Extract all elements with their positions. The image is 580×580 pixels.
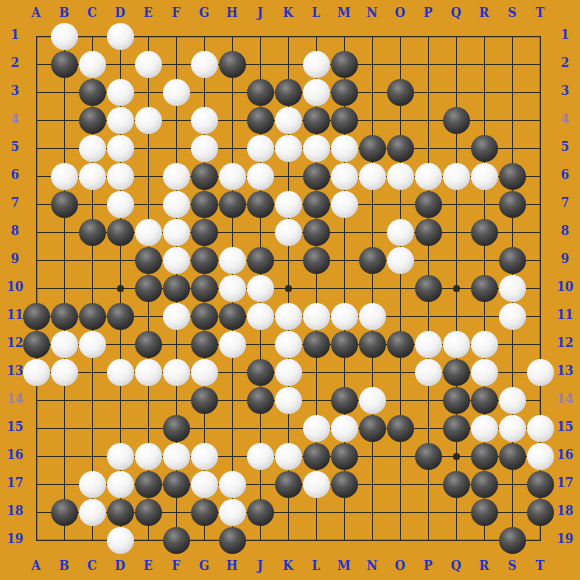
intersection-E3[interactable]	[134, 78, 162, 106]
intersection-T4[interactable]	[526, 106, 554, 134]
intersection-M9[interactable]	[330, 246, 358, 274]
intersection-L2[interactable]	[302, 50, 330, 78]
intersection-C11[interactable]	[78, 302, 106, 330]
intersection-F14[interactable]	[162, 386, 190, 414]
intersection-P6[interactable]	[414, 162, 442, 190]
intersection-H18[interactable]	[218, 498, 246, 526]
intersection-N19[interactable]	[358, 526, 386, 554]
intersection-H19[interactable]	[218, 526, 246, 554]
intersection-C18[interactable]	[78, 498, 106, 526]
intersection-R6[interactable]	[470, 162, 498, 190]
intersection-A5[interactable]	[22, 134, 50, 162]
intersection-O11[interactable]	[386, 302, 414, 330]
intersection-N11[interactable]	[358, 302, 386, 330]
intersection-R2[interactable]	[470, 50, 498, 78]
intersection-M14[interactable]	[330, 386, 358, 414]
intersection-C4[interactable]	[78, 106, 106, 134]
intersection-P15[interactable]	[414, 414, 442, 442]
intersection-P8[interactable]	[414, 218, 442, 246]
intersection-P5[interactable]	[414, 134, 442, 162]
intersection-F3[interactable]	[162, 78, 190, 106]
intersection-P11[interactable]	[414, 302, 442, 330]
intersection-O12[interactable]	[386, 330, 414, 358]
intersection-O17[interactable]	[386, 470, 414, 498]
intersection-E12[interactable]	[134, 330, 162, 358]
intersection-G15[interactable]	[190, 414, 218, 442]
intersection-J6[interactable]	[246, 162, 274, 190]
intersection-K10[interactable]	[274, 274, 302, 302]
intersection-E14[interactable]	[134, 386, 162, 414]
intersection-R19[interactable]	[470, 526, 498, 554]
intersection-K19[interactable]	[274, 526, 302, 554]
intersection-B6[interactable]	[50, 162, 78, 190]
intersection-T2[interactable]	[526, 50, 554, 78]
intersection-N2[interactable]	[358, 50, 386, 78]
intersection-B15[interactable]	[50, 414, 78, 442]
intersection-E1[interactable]	[134, 22, 162, 50]
intersection-R9[interactable]	[470, 246, 498, 274]
intersection-Q19[interactable]	[442, 526, 470, 554]
intersection-F19[interactable]	[162, 526, 190, 554]
intersection-H14[interactable]	[218, 386, 246, 414]
intersection-H5[interactable]	[218, 134, 246, 162]
intersection-S13[interactable]	[498, 358, 526, 386]
intersection-D17[interactable]	[106, 470, 134, 498]
intersection-G11[interactable]	[190, 302, 218, 330]
intersection-G17[interactable]	[190, 470, 218, 498]
intersection-L3[interactable]	[302, 78, 330, 106]
intersection-M15[interactable]	[330, 414, 358, 442]
intersection-D13[interactable]	[106, 358, 134, 386]
intersection-B9[interactable]	[50, 246, 78, 274]
intersection-H11[interactable]	[218, 302, 246, 330]
intersection-J15[interactable]	[246, 414, 274, 442]
intersection-E8[interactable]	[134, 218, 162, 246]
intersection-B8[interactable]	[50, 218, 78, 246]
intersection-B11[interactable]	[50, 302, 78, 330]
intersection-L17[interactable]	[302, 470, 330, 498]
intersection-T13[interactable]	[526, 358, 554, 386]
intersection-E13[interactable]	[134, 358, 162, 386]
intersection-G9[interactable]	[190, 246, 218, 274]
intersection-T8[interactable]	[526, 218, 554, 246]
intersection-N14[interactable]	[358, 386, 386, 414]
intersection-A16[interactable]	[22, 442, 50, 470]
intersection-E9[interactable]	[134, 246, 162, 274]
intersection-J16[interactable]	[246, 442, 274, 470]
intersection-P17[interactable]	[414, 470, 442, 498]
intersection-B7[interactable]	[50, 190, 78, 218]
intersection-E7[interactable]	[134, 190, 162, 218]
intersection-G13[interactable]	[190, 358, 218, 386]
intersection-O18[interactable]	[386, 498, 414, 526]
intersection-S16[interactable]	[498, 442, 526, 470]
intersection-Q7[interactable]	[442, 190, 470, 218]
intersection-N5[interactable]	[358, 134, 386, 162]
intersection-T6[interactable]	[526, 162, 554, 190]
intersection-O19[interactable]	[386, 526, 414, 554]
intersection-O10[interactable]	[386, 274, 414, 302]
intersection-E4[interactable]	[134, 106, 162, 134]
intersection-J19[interactable]	[246, 526, 274, 554]
intersection-O4[interactable]	[386, 106, 414, 134]
intersection-Q6[interactable]	[442, 162, 470, 190]
intersection-S11[interactable]	[498, 302, 526, 330]
intersection-T5[interactable]	[526, 134, 554, 162]
intersection-G1[interactable]	[190, 22, 218, 50]
intersection-G8[interactable]	[190, 218, 218, 246]
intersection-F16[interactable]	[162, 442, 190, 470]
intersection-D2[interactable]	[106, 50, 134, 78]
intersection-N6[interactable]	[358, 162, 386, 190]
intersection-F10[interactable]	[162, 274, 190, 302]
intersection-L7[interactable]	[302, 190, 330, 218]
intersection-P10[interactable]	[414, 274, 442, 302]
intersection-R12[interactable]	[470, 330, 498, 358]
intersection-Q10[interactable]	[442, 274, 470, 302]
intersection-R16[interactable]	[470, 442, 498, 470]
intersection-T10[interactable]	[526, 274, 554, 302]
intersection-J4[interactable]	[246, 106, 274, 134]
intersection-B4[interactable]	[50, 106, 78, 134]
intersection-A13[interactable]	[22, 358, 50, 386]
intersection-S8[interactable]	[498, 218, 526, 246]
intersection-C14[interactable]	[78, 386, 106, 414]
intersection-P18[interactable]	[414, 498, 442, 526]
intersection-C2[interactable]	[78, 50, 106, 78]
intersection-A8[interactable]	[22, 218, 50, 246]
intersection-P12[interactable]	[414, 330, 442, 358]
intersection-L4[interactable]	[302, 106, 330, 134]
intersection-J2[interactable]	[246, 50, 274, 78]
intersection-O16[interactable]	[386, 442, 414, 470]
intersection-S10[interactable]	[498, 274, 526, 302]
intersection-J14[interactable]	[246, 386, 274, 414]
intersection-N3[interactable]	[358, 78, 386, 106]
intersection-G2[interactable]	[190, 50, 218, 78]
intersection-B5[interactable]	[50, 134, 78, 162]
intersection-O7[interactable]	[386, 190, 414, 218]
intersection-J10[interactable]	[246, 274, 274, 302]
intersection-F4[interactable]	[162, 106, 190, 134]
intersection-G16[interactable]	[190, 442, 218, 470]
intersection-G19[interactable]	[190, 526, 218, 554]
intersection-D16[interactable]	[106, 442, 134, 470]
intersection-S12[interactable]	[498, 330, 526, 358]
intersection-F7[interactable]	[162, 190, 190, 218]
intersection-E11[interactable]	[134, 302, 162, 330]
intersection-S6[interactable]	[498, 162, 526, 190]
intersection-C3[interactable]	[78, 78, 106, 106]
intersection-B14[interactable]	[50, 386, 78, 414]
intersection-T3[interactable]	[526, 78, 554, 106]
intersection-C10[interactable]	[78, 274, 106, 302]
intersection-D10[interactable]	[106, 274, 134, 302]
intersection-J17[interactable]	[246, 470, 274, 498]
intersection-H12[interactable]	[218, 330, 246, 358]
intersection-Q5[interactable]	[442, 134, 470, 162]
intersection-M10[interactable]	[330, 274, 358, 302]
intersection-B3[interactable]	[50, 78, 78, 106]
intersection-G10[interactable]	[190, 274, 218, 302]
intersection-E5[interactable]	[134, 134, 162, 162]
intersection-G3[interactable]	[190, 78, 218, 106]
intersection-H15[interactable]	[218, 414, 246, 442]
intersection-G12[interactable]	[190, 330, 218, 358]
intersection-M16[interactable]	[330, 442, 358, 470]
intersection-M8[interactable]	[330, 218, 358, 246]
intersection-N15[interactable]	[358, 414, 386, 442]
intersection-L15[interactable]	[302, 414, 330, 442]
intersection-N10[interactable]	[358, 274, 386, 302]
intersection-P7[interactable]	[414, 190, 442, 218]
intersection-K4[interactable]	[274, 106, 302, 134]
intersection-L14[interactable]	[302, 386, 330, 414]
intersection-Q15[interactable]	[442, 414, 470, 442]
intersection-E10[interactable]	[134, 274, 162, 302]
intersection-Q8[interactable]	[442, 218, 470, 246]
intersection-Q13[interactable]	[442, 358, 470, 386]
intersection-R4[interactable]	[470, 106, 498, 134]
intersection-P1[interactable]	[414, 22, 442, 50]
intersection-S5[interactable]	[498, 134, 526, 162]
intersection-J8[interactable]	[246, 218, 274, 246]
intersection-F1[interactable]	[162, 22, 190, 50]
intersection-K12[interactable]	[274, 330, 302, 358]
intersection-N7[interactable]	[358, 190, 386, 218]
intersection-K3[interactable]	[274, 78, 302, 106]
intersection-F8[interactable]	[162, 218, 190, 246]
intersection-S19[interactable]	[498, 526, 526, 554]
intersection-R18[interactable]	[470, 498, 498, 526]
intersection-A14[interactable]	[22, 386, 50, 414]
intersection-J5[interactable]	[246, 134, 274, 162]
intersection-A10[interactable]	[22, 274, 50, 302]
intersection-R8[interactable]	[470, 218, 498, 246]
intersection-F17[interactable]	[162, 470, 190, 498]
intersection-J9[interactable]	[246, 246, 274, 274]
intersection-B19[interactable]	[50, 526, 78, 554]
intersection-M7[interactable]	[330, 190, 358, 218]
intersection-C1[interactable]	[78, 22, 106, 50]
intersection-G18[interactable]	[190, 498, 218, 526]
intersection-P14[interactable]	[414, 386, 442, 414]
intersection-C6[interactable]	[78, 162, 106, 190]
intersection-S3[interactable]	[498, 78, 526, 106]
intersection-C7[interactable]	[78, 190, 106, 218]
intersection-A3[interactable]	[22, 78, 50, 106]
intersection-A7[interactable]	[22, 190, 50, 218]
intersection-B16[interactable]	[50, 442, 78, 470]
intersection-F9[interactable]	[162, 246, 190, 274]
intersection-D18[interactable]	[106, 498, 134, 526]
intersection-M6[interactable]	[330, 162, 358, 190]
intersection-N16[interactable]	[358, 442, 386, 470]
intersection-T16[interactable]	[526, 442, 554, 470]
intersection-O1[interactable]	[386, 22, 414, 50]
intersection-E17[interactable]	[134, 470, 162, 498]
intersection-Q1[interactable]	[442, 22, 470, 50]
intersection-T9[interactable]	[526, 246, 554, 274]
intersection-Q2[interactable]	[442, 50, 470, 78]
intersection-K7[interactable]	[274, 190, 302, 218]
intersection-O13[interactable]	[386, 358, 414, 386]
intersection-Q9[interactable]	[442, 246, 470, 274]
intersection-C9[interactable]	[78, 246, 106, 274]
intersection-S18[interactable]	[498, 498, 526, 526]
intersection-K2[interactable]	[274, 50, 302, 78]
intersection-J7[interactable]	[246, 190, 274, 218]
intersection-O14[interactable]	[386, 386, 414, 414]
intersection-H7[interactable]	[218, 190, 246, 218]
intersection-A1[interactable]	[22, 22, 50, 50]
intersection-O6[interactable]	[386, 162, 414, 190]
intersection-J3[interactable]	[246, 78, 274, 106]
intersection-O8[interactable]	[386, 218, 414, 246]
intersection-K8[interactable]	[274, 218, 302, 246]
intersection-P3[interactable]	[414, 78, 442, 106]
intersection-H1[interactable]	[218, 22, 246, 50]
intersection-C17[interactable]	[78, 470, 106, 498]
intersection-L5[interactable]	[302, 134, 330, 162]
intersection-Q18[interactable]	[442, 498, 470, 526]
intersection-O3[interactable]	[386, 78, 414, 106]
intersection-H8[interactable]	[218, 218, 246, 246]
intersection-R10[interactable]	[470, 274, 498, 302]
intersection-J11[interactable]	[246, 302, 274, 330]
intersection-K1[interactable]	[274, 22, 302, 50]
intersection-H6[interactable]	[218, 162, 246, 190]
intersection-Q17[interactable]	[442, 470, 470, 498]
intersection-N18[interactable]	[358, 498, 386, 526]
intersection-H10[interactable]	[218, 274, 246, 302]
intersection-A15[interactable]	[22, 414, 50, 442]
intersection-C12[interactable]	[78, 330, 106, 358]
intersection-A19[interactable]	[22, 526, 50, 554]
intersection-N9[interactable]	[358, 246, 386, 274]
intersection-O15[interactable]	[386, 414, 414, 442]
intersection-P19[interactable]	[414, 526, 442, 554]
intersection-E16[interactable]	[134, 442, 162, 470]
intersection-K9[interactable]	[274, 246, 302, 274]
intersection-D7[interactable]	[106, 190, 134, 218]
intersection-P4[interactable]	[414, 106, 442, 134]
intersection-A17[interactable]	[22, 470, 50, 498]
intersection-A4[interactable]	[22, 106, 50, 134]
intersection-H9[interactable]	[218, 246, 246, 274]
intersection-Q12[interactable]	[442, 330, 470, 358]
intersection-R5[interactable]	[470, 134, 498, 162]
intersection-D1[interactable]	[106, 22, 134, 50]
intersection-Q16[interactable]	[442, 442, 470, 470]
intersection-D12[interactable]	[106, 330, 134, 358]
intersection-L13[interactable]	[302, 358, 330, 386]
intersection-K18[interactable]	[274, 498, 302, 526]
intersection-T14[interactable]	[526, 386, 554, 414]
intersection-C16[interactable]	[78, 442, 106, 470]
intersection-H2[interactable]	[218, 50, 246, 78]
intersection-S15[interactable]	[498, 414, 526, 442]
intersection-Q3[interactable]	[442, 78, 470, 106]
intersection-G6[interactable]	[190, 162, 218, 190]
intersection-S4[interactable]	[498, 106, 526, 134]
intersection-C15[interactable]	[78, 414, 106, 442]
intersection-H17[interactable]	[218, 470, 246, 498]
intersection-B10[interactable]	[50, 274, 78, 302]
intersection-K16[interactable]	[274, 442, 302, 470]
intersection-L12[interactable]	[302, 330, 330, 358]
intersection-J13[interactable]	[246, 358, 274, 386]
intersection-E18[interactable]	[134, 498, 162, 526]
intersection-G14[interactable]	[190, 386, 218, 414]
intersection-L19[interactable]	[302, 526, 330, 554]
intersection-K6[interactable]	[274, 162, 302, 190]
intersection-C5[interactable]	[78, 134, 106, 162]
intersection-D5[interactable]	[106, 134, 134, 162]
intersection-C19[interactable]	[78, 526, 106, 554]
intersection-S1[interactable]	[498, 22, 526, 50]
intersection-D19[interactable]	[106, 526, 134, 554]
intersection-L16[interactable]	[302, 442, 330, 470]
intersection-M4[interactable]	[330, 106, 358, 134]
intersection-S9[interactable]	[498, 246, 526, 274]
intersection-T12[interactable]	[526, 330, 554, 358]
intersection-N17[interactable]	[358, 470, 386, 498]
intersection-S2[interactable]	[498, 50, 526, 78]
intersection-M17[interactable]	[330, 470, 358, 498]
intersection-L6[interactable]	[302, 162, 330, 190]
intersection-G7[interactable]	[190, 190, 218, 218]
intersection-D14[interactable]	[106, 386, 134, 414]
intersection-H13[interactable]	[218, 358, 246, 386]
intersection-P13[interactable]	[414, 358, 442, 386]
intersection-F6[interactable]	[162, 162, 190, 190]
intersection-F11[interactable]	[162, 302, 190, 330]
intersection-F5[interactable]	[162, 134, 190, 162]
intersection-O9[interactable]	[386, 246, 414, 274]
intersection-T19[interactable]	[526, 526, 554, 554]
intersection-K11[interactable]	[274, 302, 302, 330]
intersection-F15[interactable]	[162, 414, 190, 442]
intersection-F13[interactable]	[162, 358, 190, 386]
intersection-N1[interactable]	[358, 22, 386, 50]
intersection-R14[interactable]	[470, 386, 498, 414]
intersection-E6[interactable]	[134, 162, 162, 190]
intersection-A12[interactable]	[22, 330, 50, 358]
intersection-F18[interactable]	[162, 498, 190, 526]
intersection-R1[interactable]	[470, 22, 498, 50]
intersection-M1[interactable]	[330, 22, 358, 50]
intersection-M2[interactable]	[330, 50, 358, 78]
intersection-R3[interactable]	[470, 78, 498, 106]
intersection-J18[interactable]	[246, 498, 274, 526]
intersection-R15[interactable]	[470, 414, 498, 442]
intersection-N13[interactable]	[358, 358, 386, 386]
intersection-N8[interactable]	[358, 218, 386, 246]
intersection-D4[interactable]	[106, 106, 134, 134]
intersection-B1[interactable]	[50, 22, 78, 50]
intersection-D6[interactable]	[106, 162, 134, 190]
intersection-F12[interactable]	[162, 330, 190, 358]
intersection-K13[interactable]	[274, 358, 302, 386]
intersection-R11[interactable]	[470, 302, 498, 330]
intersection-A9[interactable]	[22, 246, 50, 274]
intersection-B13[interactable]	[50, 358, 78, 386]
intersection-O5[interactable]	[386, 134, 414, 162]
intersection-R17[interactable]	[470, 470, 498, 498]
intersection-Q11[interactable]	[442, 302, 470, 330]
intersection-H3[interactable]	[218, 78, 246, 106]
